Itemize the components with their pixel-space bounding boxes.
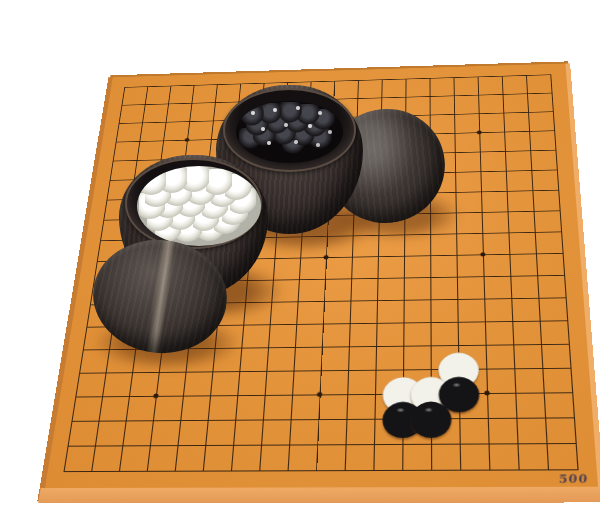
board-point bbox=[153, 112, 179, 131]
board-point bbox=[442, 142, 467, 162]
board-point bbox=[93, 190, 120, 210]
board-point bbox=[181, 76, 206, 94]
board-point bbox=[195, 383, 225, 407]
board-point bbox=[132, 95, 158, 114]
board-point bbox=[556, 356, 586, 381]
board-point bbox=[308, 335, 336, 359]
board-point bbox=[129, 113, 155, 132]
board-point bbox=[190, 432, 220, 457]
board-point bbox=[516, 121, 542, 141]
board-point bbox=[546, 200, 574, 221]
board-point bbox=[496, 243, 523, 265]
board-point bbox=[500, 356, 529, 380]
board-point bbox=[301, 457, 331, 483]
board-point bbox=[496, 265, 524, 288]
board-point bbox=[470, 265, 497, 288]
board-point bbox=[108, 96, 134, 115]
board-point bbox=[492, 141, 518, 161]
board-point bbox=[540, 102, 566, 122]
board-point bbox=[517, 140, 543, 160]
board-point bbox=[89, 209, 117, 230]
board-point bbox=[333, 382, 362, 407]
board-point bbox=[554, 332, 584, 356]
board-point bbox=[444, 288, 471, 311]
board-point bbox=[489, 66, 514, 85]
board-point bbox=[468, 201, 494, 222]
board-point bbox=[531, 430, 562, 456]
board-point bbox=[135, 433, 166, 458]
board-point bbox=[336, 312, 364, 335]
black-stones-in-bowl bbox=[236, 101, 343, 163]
board-point bbox=[126, 131, 152, 150]
board-point bbox=[529, 380, 559, 405]
board-point bbox=[499, 333, 528, 357]
board-point bbox=[274, 432, 304, 458]
board-point bbox=[471, 310, 499, 333]
board-point bbox=[390, 311, 417, 334]
board-point bbox=[470, 287, 498, 310]
board-point bbox=[390, 266, 417, 288]
board-point bbox=[87, 384, 117, 408]
board-point bbox=[501, 380, 530, 405]
board-point bbox=[364, 267, 391, 289]
board-point bbox=[346, 71, 370, 90]
board-point bbox=[135, 77, 161, 95]
board-point bbox=[417, 244, 443, 266]
board-point bbox=[228, 74, 253, 93]
board-point bbox=[223, 383, 252, 408]
board-front-edge bbox=[38, 487, 600, 503]
board-point bbox=[331, 431, 360, 457]
board-point bbox=[273, 457, 303, 483]
board-point bbox=[56, 409, 87, 434]
board-point bbox=[79, 433, 110, 458]
board-point bbox=[545, 179, 572, 200]
board-point bbox=[469, 222, 496, 244]
board-point bbox=[334, 358, 362, 382]
board-point bbox=[52, 433, 83, 458]
maker-stamp: 500 bbox=[558, 472, 588, 485]
board-point bbox=[521, 221, 549, 243]
board-point bbox=[306, 358, 334, 382]
board-point bbox=[491, 103, 516, 122]
board-point bbox=[282, 312, 310, 335]
board-point bbox=[99, 151, 126, 171]
board-point bbox=[543, 159, 570, 180]
board-point bbox=[514, 84, 540, 103]
board-point bbox=[75, 458, 106, 484]
board-point bbox=[158, 76, 184, 94]
board-point bbox=[442, 86, 467, 105]
board-point bbox=[417, 288, 444, 311]
board-point bbox=[359, 457, 388, 483]
board-point bbox=[202, 93, 227, 112]
board-point bbox=[466, 85, 491, 104]
board-point bbox=[369, 88, 393, 107]
go-set-product-photo: ●●●●●● 500 bbox=[0, 0, 600, 530]
board-point bbox=[417, 266, 444, 288]
board-point bbox=[285, 268, 312, 290]
board-point bbox=[141, 384, 171, 408]
board-point bbox=[363, 289, 390, 312]
board-point bbox=[538, 65, 564, 84]
board-point bbox=[559, 405, 590, 431]
board-point bbox=[465, 67, 490, 86]
board-point bbox=[525, 309, 554, 333]
board-point bbox=[445, 457, 475, 483]
board-point bbox=[278, 382, 307, 407]
board-point bbox=[542, 140, 569, 160]
board-point bbox=[541, 120, 567, 140]
board-point bbox=[225, 359, 254, 383]
board-point bbox=[526, 332, 555, 356]
board-point bbox=[444, 310, 472, 333]
board-point bbox=[390, 288, 417, 311]
board-point bbox=[107, 433, 138, 458]
board-point bbox=[218, 432, 248, 458]
board-point bbox=[339, 246, 366, 268]
board-point bbox=[305, 382, 334, 407]
board-point bbox=[91, 361, 121, 385]
board-point bbox=[187, 458, 218, 484]
board-point bbox=[220, 407, 250, 432]
board-point bbox=[539, 83, 565, 102]
board-point bbox=[515, 102, 541, 121]
board-point bbox=[176, 112, 202, 131]
board-point bbox=[520, 200, 547, 221]
board-point bbox=[551, 286, 580, 309]
board-point bbox=[495, 222, 522, 244]
board-point bbox=[284, 290, 312, 313]
black-bowl-mouth bbox=[223, 88, 356, 172]
board-point bbox=[388, 457, 417, 483]
board-point bbox=[96, 170, 123, 190]
board-point bbox=[114, 384, 144, 408]
board-point bbox=[493, 161, 519, 182]
board-point bbox=[304, 407, 333, 432]
board-point bbox=[174, 130, 200, 149]
board-point bbox=[303, 432, 332, 458]
board-point bbox=[311, 268, 338, 290]
board-point bbox=[498, 309, 526, 332]
board-point bbox=[310, 290, 337, 313]
board-point bbox=[560, 430, 591, 456]
board-point bbox=[502, 430, 532, 456]
board-point: ● bbox=[417, 406, 445, 431]
board-point bbox=[216, 458, 246, 484]
board-point bbox=[83, 408, 114, 433]
board-point bbox=[322, 72, 346, 91]
board-point bbox=[365, 245, 392, 267]
board-point bbox=[103, 458, 134, 484]
board-point bbox=[338, 267, 365, 289]
board-point bbox=[204, 75, 229, 93]
board-point bbox=[248, 407, 277, 432]
board-point bbox=[417, 87, 441, 106]
board-point bbox=[155, 94, 181, 113]
board-point bbox=[497, 287, 525, 310]
board-point bbox=[256, 313, 284, 336]
board-point bbox=[332, 406, 361, 431]
board-point bbox=[250, 383, 279, 408]
board-point bbox=[494, 201, 521, 222]
board-point bbox=[467, 122, 492, 142]
board-point bbox=[528, 356, 557, 380]
board-point bbox=[64, 361, 94, 385]
board-point bbox=[443, 244, 470, 266]
board-point bbox=[150, 131, 176, 150]
board-point bbox=[159, 458, 190, 484]
board-point bbox=[86, 230, 114, 251]
board-point bbox=[547, 221, 575, 243]
board-point bbox=[281, 335, 309, 359]
board-point bbox=[441, 68, 465, 87]
board-point bbox=[491, 122, 517, 142]
board-point bbox=[165, 408, 195, 433]
board-point bbox=[244, 457, 274, 483]
board-point bbox=[503, 456, 533, 483]
board-point bbox=[138, 408, 168, 433]
board-point bbox=[553, 309, 582, 333]
board-point bbox=[309, 312, 337, 335]
board-point bbox=[519, 180, 546, 201]
white-bowl-mouth bbox=[125, 158, 262, 249]
board-point bbox=[468, 161, 494, 182]
board-point bbox=[549, 242, 577, 264]
board-point bbox=[442, 123, 467, 143]
black-stone[interactable]: ● bbox=[415, 401, 448, 430]
board-point bbox=[466, 104, 491, 123]
board-point bbox=[418, 69, 442, 88]
board-point bbox=[550, 264, 579, 287]
board-point bbox=[394, 69, 418, 88]
board-point bbox=[179, 94, 205, 113]
board-point bbox=[557, 380, 587, 405]
board-point bbox=[110, 408, 140, 433]
board-point bbox=[443, 265, 470, 288]
board-point bbox=[252, 359, 281, 383]
board-point bbox=[254, 336, 282, 360]
board-point bbox=[474, 456, 504, 483]
board-point bbox=[523, 264, 551, 287]
board-point bbox=[513, 66, 538, 85]
board-point bbox=[467, 142, 493, 162]
board-point bbox=[442, 162, 468, 182]
board-point bbox=[417, 457, 446, 483]
board-point bbox=[389, 334, 416, 358]
board-point bbox=[335, 335, 363, 359]
board-point bbox=[246, 432, 276, 458]
board-point bbox=[111, 78, 137, 96]
board-point bbox=[468, 181, 494, 202]
board-point bbox=[131, 458, 162, 484]
board-point bbox=[279, 359, 308, 383]
board-point bbox=[276, 407, 305, 432]
board-point bbox=[391, 245, 417, 267]
board-point bbox=[522, 242, 550, 264]
board-point bbox=[362, 334, 390, 358]
board-point bbox=[345, 89, 370, 108]
board-point bbox=[370, 70, 394, 89]
board-point bbox=[502, 405, 532, 430]
board-point bbox=[530, 405, 560, 431]
board-point bbox=[330, 457, 360, 483]
white-stones-in-bowl bbox=[137, 166, 261, 246]
board-point bbox=[363, 311, 390, 334]
board-point bbox=[442, 104, 467, 123]
board-point bbox=[162, 432, 192, 457]
board-point bbox=[417, 311, 444, 334]
board-point bbox=[474, 431, 504, 457]
board-point bbox=[60, 384, 90, 408]
board-point bbox=[105, 114, 131, 133]
board-point bbox=[193, 407, 223, 432]
board-point bbox=[469, 243, 496, 265]
board-point bbox=[524, 286, 552, 309]
board-point bbox=[48, 458, 80, 484]
board-point bbox=[493, 180, 520, 201]
board-point bbox=[490, 85, 515, 104]
board-point bbox=[168, 383, 198, 407]
board-point bbox=[518, 160, 545, 181]
board-point bbox=[102, 132, 129, 151]
board-point bbox=[393, 87, 417, 106]
board-point bbox=[337, 289, 364, 312]
